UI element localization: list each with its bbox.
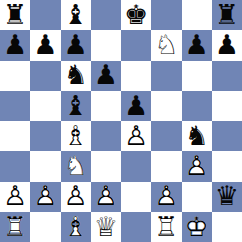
square-a5[interactable] — [0, 91, 30, 121]
square-b3[interactable] — [30, 151, 60, 181]
square-c8[interactable]: ♝ — [61, 0, 91, 30]
black-pawn-glyph: ♟ — [123, 92, 150, 119]
square-h8[interactable]: ♜ — [212, 0, 242, 30]
square-f3[interactable] — [151, 151, 181, 181]
piece-black-knight-c6[interactable]: ♞ — [62, 61, 89, 89]
square-a3[interactable] — [0, 151, 30, 181]
piece-black-pawn-h7[interactable]: ♟ — [213, 31, 240, 59]
square-c2[interactable]: ♟♙ — [61, 182, 91, 212]
white-pawn-glyph: ♙ — [183, 152, 210, 179]
white-rook-glyph: ♖ — [153, 213, 180, 240]
black-pawn-glyph: ♟ — [183, 31, 210, 58]
square-a8[interactable]: ♜ — [0, 0, 30, 30]
square-h5[interactable] — [212, 91, 242, 121]
square-h3[interactable] — [212, 151, 242, 181]
square-e7[interactable] — [121, 30, 151, 60]
piece-white-knight-c3[interactable]: ♞♘ — [62, 152, 89, 180]
piece-black-pawn-e5[interactable]: ♟ — [123, 92, 150, 120]
square-f7[interactable]: ♞♘ — [151, 30, 181, 60]
square-a7[interactable]: ♟ — [0, 30, 30, 60]
white-pawn-glyph: ♙ — [62, 182, 89, 209]
white-pawn-glyph: ♙ — [123, 122, 150, 149]
square-g8[interactable] — [182, 0, 212, 30]
square-f2[interactable]: ♟♙ — [151, 182, 181, 212]
square-b7[interactable]: ♟ — [30, 30, 60, 60]
piece-black-queen-h2[interactable]: ♛ — [213, 182, 240, 210]
square-e1[interactable] — [121, 212, 151, 242]
piece-white-bishop-c4[interactable]: ♝♗ — [62, 122, 89, 150]
square-d4[interactable] — [91, 121, 121, 151]
square-g1[interactable]: ♚♔ — [182, 212, 212, 242]
square-f6[interactable] — [151, 61, 181, 91]
white-knight-glyph: ♘ — [153, 31, 180, 58]
black-pawn-glyph: ♟ — [32, 31, 59, 58]
square-e4[interactable]: ♟♙ — [121, 121, 151, 151]
piece-black-pawn-a7[interactable]: ♟ — [2, 31, 29, 59]
square-c6[interactable]: ♞ — [61, 61, 91, 91]
square-b5[interactable] — [30, 91, 60, 121]
square-g5[interactable] — [182, 91, 212, 121]
piece-white-pawn-a2[interactable]: ♟♙ — [2, 182, 29, 210]
black-rook-glyph: ♜ — [2, 1, 29, 28]
white-pawn-glyph: ♙ — [2, 182, 29, 209]
square-g4[interactable]: ♞ — [182, 121, 212, 151]
white-king-glyph: ♔ — [183, 213, 210, 240]
piece-white-king-g1[interactable]: ♚♔ — [183, 213, 210, 241]
square-b6[interactable] — [30, 61, 60, 91]
square-h1[interactable] — [212, 212, 242, 242]
square-d3[interactable] — [91, 151, 121, 181]
piece-white-queen-d1[interactable]: ♛♕ — [92, 213, 119, 241]
square-f8[interactable] — [151, 0, 181, 30]
black-pawn-glyph: ♟ — [213, 31, 240, 58]
square-g6[interactable] — [182, 61, 212, 91]
piece-white-knight-f7[interactable]: ♞♘ — [153, 31, 180, 59]
square-d7[interactable] — [91, 30, 121, 60]
black-bishop-glyph: ♝ — [62, 92, 89, 119]
square-b4[interactable] — [30, 121, 60, 151]
square-c7[interactable]: ♟ — [61, 30, 91, 60]
square-h2[interactable]: ♛ — [212, 182, 242, 212]
white-bishop-glyph: ♗ — [62, 213, 89, 240]
black-king-glyph: ♚ — [123, 1, 150, 28]
square-c1[interactable]: ♝♗ — [61, 212, 91, 242]
square-d1[interactable]: ♛♕ — [91, 212, 121, 242]
square-h6[interactable] — [212, 61, 242, 91]
square-d5[interactable] — [91, 91, 121, 121]
black-rook-glyph: ♜ — [213, 1, 240, 28]
white-bishop-glyph: ♗ — [62, 122, 89, 149]
piece-white-pawn-e4[interactable]: ♟♙ — [123, 122, 150, 150]
black-bishop-glyph: ♝ — [62, 1, 89, 28]
square-d2[interactable]: ♟♙ — [91, 182, 121, 212]
piece-black-pawn-g7[interactable]: ♟ — [183, 31, 210, 59]
piece-black-bishop-c8[interactable]: ♝ — [62, 1, 89, 29]
piece-white-pawn-d2[interactable]: ♟♙ — [92, 182, 119, 210]
square-c4[interactable]: ♝♗ — [61, 121, 91, 151]
black-pawn-glyph: ♟ — [2, 31, 29, 58]
white-rook-glyph: ♖ — [2, 213, 29, 240]
square-h4[interactable] — [212, 121, 242, 151]
square-b2[interactable]: ♟♙ — [30, 182, 60, 212]
square-e3[interactable] — [121, 151, 151, 181]
square-a2[interactable]: ♟♙ — [0, 182, 30, 212]
piece-black-rook-h8[interactable]: ♜ — [213, 1, 240, 29]
piece-black-rook-a8[interactable]: ♜ — [2, 1, 29, 29]
piece-white-rook-a1[interactable]: ♜♖ — [2, 213, 29, 241]
square-f1[interactable]: ♜♖ — [151, 212, 181, 242]
piece-black-king-e8[interactable]: ♚ — [123, 1, 150, 29]
square-d8[interactable] — [91, 0, 121, 30]
square-a6[interactable] — [0, 61, 30, 91]
piece-white-rook-f1[interactable]: ♜♖ — [153, 213, 180, 241]
white-queen-glyph: ♕ — [92, 213, 119, 240]
black-pawn-glyph: ♟ — [92, 61, 119, 88]
square-g3[interactable]: ♟♙ — [182, 151, 212, 181]
square-a4[interactable] — [0, 121, 30, 151]
white-pawn-glyph: ♙ — [92, 182, 119, 209]
square-g2[interactable] — [182, 182, 212, 212]
square-c5[interactable]: ♝ — [61, 91, 91, 121]
black-knight-glyph: ♞ — [62, 61, 89, 88]
square-b1[interactable] — [30, 212, 60, 242]
square-h7[interactable]: ♟ — [212, 30, 242, 60]
white-knight-glyph: ♘ — [62, 152, 89, 179]
piece-black-bishop-c5[interactable]: ♝ — [62, 92, 89, 120]
piece-white-pawn-b2[interactable]: ♟♙ — [32, 182, 59, 210]
black-queen-glyph: ♛ — [213, 182, 240, 209]
black-pawn-glyph: ♟ — [62, 31, 89, 58]
piece-white-bishop-c1[interactable]: ♝♗ — [62, 213, 89, 241]
square-d6[interactable]: ♟ — [91, 61, 121, 91]
square-f4[interactable] — [151, 121, 181, 151]
chess-board: ♜♝♚♜♟♟♟♞♘♟♟♞♟♝♟♝♗♟♙♞♞♘♟♙♟♙♟♙♟♙♟♙♟♙♛♜♖♝♗♛… — [0, 0, 242, 242]
white-pawn-glyph: ♙ — [153, 182, 180, 209]
piece-white-pawn-g3[interactable]: ♟♙ — [183, 152, 210, 180]
square-b8[interactable] — [30, 0, 60, 30]
square-e8[interactable]: ♚ — [121, 0, 151, 30]
piece-black-pawn-b7[interactable]: ♟ — [32, 31, 59, 59]
square-c3[interactable]: ♞♘ — [61, 151, 91, 181]
piece-black-knight-g4[interactable]: ♞ — [183, 122, 210, 150]
square-g7[interactable]: ♟ — [182, 30, 212, 60]
square-e5[interactable]: ♟ — [121, 91, 151, 121]
piece-black-pawn-c7[interactable]: ♟ — [62, 31, 89, 59]
piece-white-pawn-c2[interactable]: ♟♙ — [62, 182, 89, 210]
square-f5[interactable] — [151, 91, 181, 121]
piece-black-pawn-d6[interactable]: ♟ — [92, 61, 119, 89]
square-e6[interactable] — [121, 61, 151, 91]
square-e2[interactable] — [121, 182, 151, 212]
square-a1[interactable]: ♜♖ — [0, 212, 30, 242]
white-pawn-glyph: ♙ — [32, 182, 59, 209]
piece-white-pawn-f2[interactable]: ♟♙ — [153, 182, 180, 210]
black-knight-glyph: ♞ — [183, 122, 210, 149]
